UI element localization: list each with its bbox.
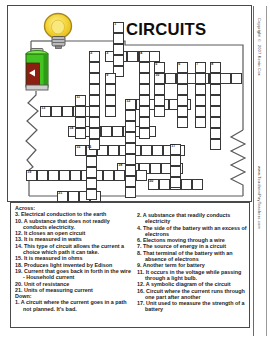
clue-number: 1 <box>114 23 116 27</box>
clue-item: 2. A substance that readily conducts ele… <box>137 212 249 225</box>
grid-cell <box>177 84 188 95</box>
grid-cell <box>86 156 97 167</box>
across-clue-list: 3. Electrical conduction to the earth10.… <box>15 211 133 293</box>
grid-cell <box>154 84 165 95</box>
clue-column-right: 2. A substance that readily conducts ele… <box>137 205 249 313</box>
grid-cell <box>139 73 150 84</box>
grid-cell <box>86 178 97 189</box>
grid-cell <box>139 84 150 95</box>
grid-cell <box>105 106 116 117</box>
grid-cell <box>125 187 136 198</box>
grid-cell <box>89 106 100 117</box>
grid-cell <box>105 84 116 95</box>
grid-cell <box>113 44 124 55</box>
grid-cell <box>177 73 188 84</box>
grid-cell <box>125 132 136 143</box>
down-clue-list-right: 2. A substance that readily conducts ele… <box>137 212 249 313</box>
grid-cell <box>195 117 206 128</box>
grid-cell <box>75 106 86 117</box>
clue-item: 17. Unit used to measure the strength of… <box>137 300 249 313</box>
worksheet-page: CIRCUITS 3101213141518192021124567891116… <box>0 0 270 350</box>
clue-number: 16 <box>87 146 91 150</box>
grid-cell <box>125 165 136 176</box>
grid-cell <box>86 189 97 200</box>
grid-cell <box>113 55 124 66</box>
grid-cell <box>210 95 221 106</box>
grid-cell <box>105 95 116 106</box>
clue-number: 11 <box>76 96 80 100</box>
grid-cell <box>136 170 147 181</box>
clue-box: Across: 3. Electrical conduction to the … <box>10 202 250 328</box>
grid-cell <box>75 117 86 128</box>
grid-cell <box>210 117 221 128</box>
grid-cell <box>112 126 123 137</box>
grid-cell <box>210 128 221 139</box>
clue-number: 18 <box>118 164 122 168</box>
grid-cell <box>149 51 160 62</box>
clue-item: 8. That terminal of the battery with an … <box>137 250 249 263</box>
clue-number: 13 <box>41 107 45 111</box>
grid-cell <box>59 170 70 181</box>
clue-item: 4. The side of the battery with an exces… <box>137 225 249 238</box>
clue-number: 17 <box>171 145 175 149</box>
clue-item: 16. Circuit where the current runs throu… <box>137 288 249 301</box>
clue-number: 6 <box>178 63 180 67</box>
clue-number: 2 <box>90 52 92 56</box>
grid-cell <box>170 155 181 166</box>
clue-number: 19 <box>27 171 31 175</box>
grid-cell <box>89 84 100 95</box>
clue-item: 19. Current that goes back in forth in t… <box>15 268 133 281</box>
grid-cell <box>139 106 150 117</box>
grid-cell <box>139 117 150 128</box>
copyright-url: www.TeachersPayTeachers.com <box>257 166 262 229</box>
grid-cell <box>101 126 112 137</box>
grid-cell <box>210 106 221 117</box>
clue-number: 15 <box>76 146 80 150</box>
grid-cell <box>139 128 150 139</box>
clue-item: 1. A circuit where the current goes in a… <box>15 299 133 312</box>
grid-cell <box>152 145 163 156</box>
down-clue-list-left: 1. A circuit where the current goes in a… <box>15 299 133 312</box>
grid-cell <box>89 73 100 84</box>
grid-cell <box>89 62 100 73</box>
grid-cell <box>154 106 165 117</box>
battery-icon <box>26 49 48 91</box>
grid-cell <box>75 128 86 139</box>
grid-cell <box>89 128 100 139</box>
clue-number: 20 <box>149 180 153 184</box>
light-bulb-icon <box>45 14 72 49</box>
grid-cell <box>125 110 136 121</box>
grid-cell <box>177 95 188 106</box>
grid-cell <box>141 145 152 156</box>
grid-cell <box>181 179 192 190</box>
grid-cell <box>125 143 136 154</box>
clue-item: 11. It occurs in the voltage while passi… <box>137 269 249 282</box>
grid-cell <box>170 166 181 177</box>
copyright-strip: Copyright © 2007 Kevin Cox www.TeachersP… <box>253 6 267 336</box>
grid-cell <box>177 106 188 117</box>
grid-cell <box>127 51 138 62</box>
clue-number: 7 <box>196 63 198 67</box>
grid-cell <box>89 117 100 128</box>
grid-cell <box>139 62 150 73</box>
clue-number: 3 <box>106 52 108 56</box>
clue-number: 4 <box>140 52 142 56</box>
grid-cell <box>159 179 170 190</box>
grid-cell <box>195 95 206 106</box>
grid-cell <box>68 191 79 202</box>
clue-column-left: Across: 3. Electrical conduction to the … <box>15 205 133 312</box>
clue-number: 8 <box>211 63 213 67</box>
grid-cell <box>165 73 176 84</box>
grid-cell <box>51 106 62 117</box>
grid-cell <box>139 95 150 106</box>
grid-cell <box>37 170 48 181</box>
grid-cell <box>195 73 206 84</box>
clue-number: 10 <box>155 74 159 78</box>
clue-item: 14. This type of circuit allows the curr… <box>15 243 133 256</box>
grid-cell <box>177 117 188 128</box>
grid-cell <box>103 170 114 181</box>
clue-item: 10. A substance that does not readily co… <box>15 218 133 231</box>
grid-cell <box>195 84 206 95</box>
grid-cell <box>48 170 59 181</box>
clue-number: 14 <box>69 127 73 131</box>
grid-cell <box>170 177 181 188</box>
grid-cell <box>125 176 136 187</box>
copyright-text: Copyright © 2007 Kevin Cox <box>257 18 262 76</box>
grid-cell <box>89 95 100 106</box>
grid-cell <box>113 33 124 44</box>
grid-cell <box>192 179 203 190</box>
page-title: CIRCUITS <box>126 20 216 44</box>
grid-cell <box>125 121 136 132</box>
grid-cell <box>108 145 119 156</box>
grid-cell <box>210 84 221 95</box>
grid-cell <box>70 170 81 181</box>
grid-cell <box>210 73 221 84</box>
grid-cell <box>210 139 221 150</box>
grid-cell <box>62 106 73 117</box>
grid-cell <box>114 170 125 181</box>
grid-cell <box>231 73 242 84</box>
grid-cell <box>154 95 165 106</box>
grid-cell <box>125 154 136 165</box>
grid-cell <box>220 73 231 84</box>
clue-number: 9 <box>106 74 108 78</box>
grid-cell <box>195 106 206 117</box>
clue-number: 21 <box>58 192 62 196</box>
clue-number: 12 <box>126 100 130 104</box>
grid-cell <box>86 167 97 178</box>
clue-number: 5 <box>155 63 157 67</box>
grid-cell <box>150 163 161 174</box>
